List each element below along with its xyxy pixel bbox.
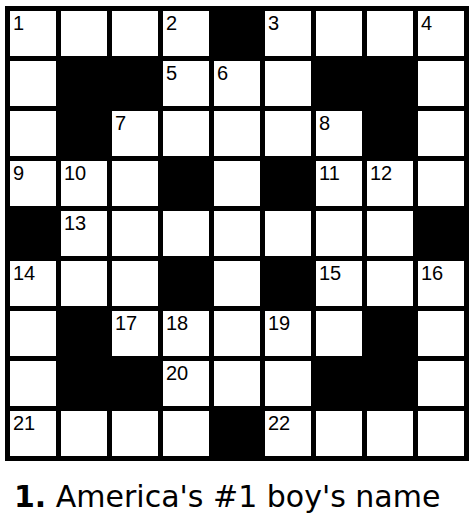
cell-clue-number-19: 19 bbox=[268, 313, 290, 333]
cell-r1c4[interactable]: 2 bbox=[163, 11, 209, 56]
cell-r5c7[interactable] bbox=[316, 211, 362, 256]
cell-r9c8[interactable] bbox=[367, 411, 413, 456]
cell-r6c6-black bbox=[265, 261, 311, 306]
cell-clue-number-16: 16 bbox=[421, 263, 443, 283]
cell-r1c1[interactable]: 1 bbox=[10, 11, 56, 56]
cell-r3c5[interactable] bbox=[214, 111, 260, 156]
cell-clue-number-17: 17 bbox=[115, 313, 137, 333]
cell-clue-number-3: 3 bbox=[268, 13, 279, 33]
cell-clue-number-22: 22 bbox=[268, 413, 290, 433]
crossword-page: 12345678910111213141516171819202122 1. A… bbox=[0, 6, 474, 514]
cell-r1c7[interactable] bbox=[316, 11, 362, 56]
cell-clue-number-14: 14 bbox=[13, 263, 35, 283]
cell-r3c9[interactable] bbox=[418, 111, 464, 156]
cell-clue-number-6: 6 bbox=[217, 63, 228, 83]
cell-r3c6[interactable] bbox=[265, 111, 311, 156]
cell-r5c2[interactable]: 13 bbox=[61, 211, 107, 256]
cell-r9c9[interactable] bbox=[418, 411, 464, 456]
cell-r4c6-black bbox=[265, 161, 311, 206]
cell-r6c7[interactable]: 15 bbox=[316, 261, 362, 306]
cell-r2c3-black bbox=[112, 61, 158, 106]
cell-clue-number-8: 8 bbox=[319, 113, 330, 133]
cell-r6c9[interactable]: 16 bbox=[418, 261, 464, 306]
cell-clue-number-4: 4 bbox=[421, 13, 432, 33]
cell-r8c5[interactable] bbox=[214, 361, 260, 406]
cell-r4c7[interactable]: 11 bbox=[316, 161, 362, 206]
cell-r5c8[interactable] bbox=[367, 211, 413, 256]
cell-r1c3[interactable] bbox=[112, 11, 158, 56]
cell-r9c1[interactable]: 21 bbox=[10, 411, 56, 456]
cell-r8c4[interactable]: 20 bbox=[163, 361, 209, 406]
cell-clue-number-20: 20 bbox=[166, 363, 188, 383]
cell-clue-number-9: 9 bbox=[13, 163, 24, 183]
crossword-board: 12345678910111213141516171819202122 bbox=[5, 6, 469, 461]
cell-r3c4[interactable] bbox=[163, 111, 209, 156]
cell-r7c5[interactable] bbox=[214, 311, 260, 356]
cell-r3c2-black bbox=[61, 111, 107, 156]
cell-r9c7[interactable] bbox=[316, 411, 362, 456]
cell-r2c9[interactable] bbox=[418, 61, 464, 106]
clue-number-label: 1. bbox=[14, 479, 46, 514]
cell-r3c8-black bbox=[367, 111, 413, 156]
cell-r3c1[interactable] bbox=[10, 111, 56, 156]
cell-clue-number-5: 5 bbox=[166, 63, 177, 83]
cell-r3c7[interactable]: 8 bbox=[316, 111, 362, 156]
cell-r1c5-black bbox=[214, 11, 260, 56]
cell-r6c1[interactable]: 14 bbox=[10, 261, 56, 306]
cell-r5c4[interactable] bbox=[163, 211, 209, 256]
cell-r7c6[interactable]: 19 bbox=[265, 311, 311, 356]
cell-r7c2-black bbox=[61, 311, 107, 356]
clue-line: 1. America's #1 boy's name bbox=[14, 479, 474, 514]
cell-r2c7-black bbox=[316, 61, 362, 106]
cell-r2c1[interactable] bbox=[10, 61, 56, 106]
cell-r4c3[interactable] bbox=[112, 161, 158, 206]
cell-clue-number-21: 21 bbox=[13, 413, 35, 433]
cell-r1c6[interactable]: 3 bbox=[265, 11, 311, 56]
cell-r5c1-black bbox=[10, 211, 56, 256]
cell-r3c3[interactable]: 7 bbox=[112, 111, 158, 156]
cell-r7c4[interactable]: 18 bbox=[163, 311, 209, 356]
cell-r1c2[interactable] bbox=[61, 11, 107, 56]
cell-clue-number-13: 13 bbox=[64, 213, 86, 233]
cell-r7c3[interactable]: 17 bbox=[112, 311, 158, 356]
cell-r8c2-black bbox=[61, 361, 107, 406]
cell-r9c4[interactable] bbox=[163, 411, 209, 456]
cell-clue-number-12: 12 bbox=[370, 163, 392, 183]
cell-r4c2[interactable]: 10 bbox=[61, 161, 107, 206]
cell-r4c4-black bbox=[163, 161, 209, 206]
cell-r1c8[interactable] bbox=[367, 11, 413, 56]
cell-r6c4-black bbox=[163, 261, 209, 306]
cell-r4c1[interactable]: 9 bbox=[10, 161, 56, 206]
cell-r8c1[interactable] bbox=[10, 361, 56, 406]
cell-r6c8[interactable] bbox=[367, 261, 413, 306]
cell-r1c9[interactable]: 4 bbox=[418, 11, 464, 56]
cell-r7c9[interactable] bbox=[418, 311, 464, 356]
cell-clue-number-2: 2 bbox=[166, 13, 177, 33]
cell-r4c5[interactable] bbox=[214, 161, 260, 206]
cell-r9c5-black bbox=[214, 411, 260, 456]
cell-r2c8-black bbox=[367, 61, 413, 106]
cell-r8c8-black bbox=[367, 361, 413, 406]
cell-r8c3-black bbox=[112, 361, 158, 406]
cell-r4c8[interactable]: 12 bbox=[367, 161, 413, 206]
cell-r6c3[interactable] bbox=[112, 261, 158, 306]
cell-r8c6[interactable] bbox=[265, 361, 311, 406]
cell-r5c9-black bbox=[418, 211, 464, 256]
cell-clue-number-1: 1 bbox=[13, 13, 24, 33]
cell-r9c3[interactable] bbox=[112, 411, 158, 456]
cell-r7c1[interactable] bbox=[10, 311, 56, 356]
cell-r6c2[interactable] bbox=[61, 261, 107, 306]
cell-clue-number-11: 11 bbox=[319, 163, 340, 183]
cell-r9c6[interactable]: 22 bbox=[265, 411, 311, 456]
cell-r2c5[interactable]: 6 bbox=[214, 61, 260, 106]
cell-r5c5[interactable] bbox=[214, 211, 260, 256]
clue-text: America's #1 boy's name bbox=[56, 479, 441, 514]
cell-clue-number-10: 10 bbox=[64, 163, 86, 183]
cell-r6c5[interactable] bbox=[214, 261, 260, 306]
cell-r5c3[interactable] bbox=[112, 211, 158, 256]
cell-r7c8-black bbox=[367, 311, 413, 356]
cell-r2c2-black bbox=[61, 61, 107, 106]
cell-r4c9[interactable] bbox=[418, 161, 464, 206]
cell-r5c6[interactable] bbox=[265, 211, 311, 256]
cell-clue-number-18: 18 bbox=[166, 313, 188, 333]
cell-clue-number-7: 7 bbox=[115, 113, 126, 133]
cell-r2c4[interactable]: 5 bbox=[163, 61, 209, 106]
cell-r2c6[interactable] bbox=[265, 61, 311, 106]
cell-r8c7-black bbox=[316, 361, 362, 406]
cell-r9c2[interactable] bbox=[61, 411, 107, 456]
cell-r7c7[interactable] bbox=[316, 311, 362, 356]
cell-clue-number-15: 15 bbox=[319, 263, 341, 283]
cell-r8c9[interactable] bbox=[418, 361, 464, 406]
